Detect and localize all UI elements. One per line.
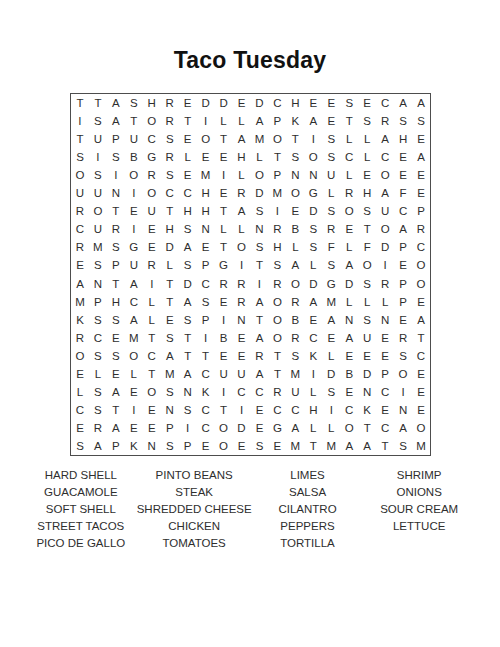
grid-cell-r9c13: L	[286, 238, 304, 256]
grid-cell-r14c6: S	[161, 329, 179, 347]
word-list-item: SHRIMP	[363, 469, 475, 483]
grid-cell-r4c16: C	[340, 148, 358, 166]
word-list-item: ONIONS	[363, 486, 475, 500]
grid-cell-r18c9: T	[215, 401, 233, 419]
grid-cell-r10c7: S	[179, 256, 197, 274]
grid-cell-r7c4: E	[125, 202, 143, 220]
grid-cell-r15c12: T	[268, 347, 286, 365]
grid-cell-r16c8: C	[197, 365, 215, 383]
grid-cell-r20c11: S	[251, 437, 269, 455]
grid-cell-r1c17: E	[358, 94, 376, 112]
grid-cell-r5c17: E	[358, 166, 376, 184]
grid-cell-r5c6: S	[161, 166, 179, 184]
grid-cell-r17c5: O	[143, 383, 161, 401]
grid-cell-r17c10: C	[233, 383, 251, 401]
grid-cell-r10c1: E	[71, 256, 89, 274]
word-list-item: LETTUCE	[363, 520, 475, 534]
grid-cell-r16c3: E	[107, 365, 125, 383]
grid-cell-r11c13: O	[286, 274, 304, 292]
grid-cell-r16c10: U	[233, 365, 251, 383]
grid-cell-r15c8: T	[197, 347, 215, 365]
grid-cell-r14c16: A	[340, 329, 358, 347]
grid-cell-r3c20: E	[412, 130, 430, 148]
grid-cell-r15c14: K	[304, 347, 322, 365]
grid-cell-r2c17: S	[358, 112, 376, 130]
grid-cell-r18c3: T	[107, 401, 125, 419]
grid-cell-r5c1: O	[71, 166, 89, 184]
grid-cell-r9c15: F	[322, 238, 340, 256]
grid-cell-r11c6: T	[161, 274, 179, 292]
grid-cell-r12c8: S	[197, 293, 215, 311]
grid-cell-r14c3: E	[107, 329, 125, 347]
grid-cell-r18c13: C	[286, 401, 304, 419]
grid-cell-r6c6: C	[161, 184, 179, 202]
grid-cell-r10c8: P	[197, 256, 215, 274]
grid-cell-r7c20: P	[412, 202, 430, 220]
grid-cell-r18c15: I	[322, 401, 340, 419]
worksheet-page: Taco Tuesday TTASHREDDEDCHEESECAAISATORT…	[0, 0, 500, 647]
grid-cell-r2c8: I	[197, 112, 215, 130]
grid-cell-r5c3: I	[107, 166, 125, 184]
grid-cell-r15c19: S	[394, 347, 412, 365]
grid-cell-r19c4: E	[125, 419, 143, 437]
grid-cell-r8c17: T	[358, 220, 376, 238]
grid-cell-r14c10: E	[233, 329, 251, 347]
grid-cell-r2c15: E	[322, 112, 340, 130]
grid-cell-r15c20: C	[412, 347, 430, 365]
grid-cell-r16c9: U	[215, 365, 233, 383]
grid-cell-r3c16: L	[340, 130, 358, 148]
word-list-item: SALSA	[252, 486, 364, 500]
grid-cell-r9c18: D	[376, 238, 394, 256]
grid-cell-r18c2: S	[89, 401, 107, 419]
grid-cell-r1c19: A	[394, 94, 412, 112]
grid-cell-r15c1: O	[71, 347, 89, 365]
grid-cell-r14c18: E	[376, 329, 394, 347]
word-list-item: STEAK	[137, 486, 252, 500]
grid-cell-r9c2: M	[89, 238, 107, 256]
grid-cell-r4c7: L	[179, 148, 197, 166]
grid-cell-r17c18: C	[376, 383, 394, 401]
grid-cell-r6c10: R	[233, 184, 251, 202]
grid-cell-r3c14: I	[304, 130, 322, 148]
grid-cell-r14c9: B	[215, 329, 233, 347]
grid-cell-r10c11: T	[251, 256, 269, 274]
grid-cell-r14c2: C	[89, 329, 107, 347]
grid-cell-r7c19: C	[394, 202, 412, 220]
grid-cell-r3c8: O	[197, 130, 215, 148]
grid-cell-r4c17: L	[358, 148, 376, 166]
grid-cell-r12c17: L	[358, 293, 376, 311]
grid-cell-r10c9: G	[215, 256, 233, 274]
grid-cell-r5c11: O	[251, 166, 269, 184]
grid-cell-r3c5: C	[143, 130, 161, 148]
grid-cell-r19c9: O	[215, 419, 233, 437]
grid-cell-r3c7: E	[179, 130, 197, 148]
grid-cell-r9c6: D	[161, 238, 179, 256]
grid-cell-r20c20: M	[412, 437, 430, 455]
grid-cell-r15c15: L	[322, 347, 340, 365]
grid-cell-r1c15: E	[322, 94, 340, 112]
grid-cell-r1c8: D	[197, 94, 215, 112]
grid-cell-r20c12: E	[268, 437, 286, 455]
grid-cell-r14c8: I	[197, 329, 215, 347]
grid-cell-r19c13: A	[286, 419, 304, 437]
word-list-item: PEPPERS	[252, 520, 364, 534]
grid-cell-r8c4: I	[125, 220, 143, 238]
grid-cell-r20c13: M	[286, 437, 304, 455]
grid-cell-r3c17: L	[358, 130, 376, 148]
grid-cell-r1c12: C	[268, 94, 286, 112]
grid-cell-r7c5: U	[143, 202, 161, 220]
grid-cell-r2c19: S	[394, 112, 412, 130]
grid-cell-r9c11: S	[251, 238, 269, 256]
grid-cell-r12c1: M	[71, 293, 89, 311]
grid-cell-r10c2: S	[89, 256, 107, 274]
grid-cell-r12c6: T	[161, 293, 179, 311]
grid-cell-r19c14: L	[304, 419, 322, 437]
grid-cell-r20c3: P	[107, 437, 125, 455]
grid-cell-r3c18: A	[376, 130, 394, 148]
grid-cell-r3c3: P	[107, 130, 125, 148]
grid-cell-r9c1: R	[71, 238, 89, 256]
grid-cell-r7c16: O	[340, 202, 358, 220]
word-search-grid: TTASHREDDEDCHEESECAAISATORTILLAPKAETSRSS…	[70, 93, 431, 456]
word-list-item: SHREDDED CHEESE	[137, 503, 252, 517]
grid-cell-r1c20: A	[412, 94, 430, 112]
grid-cell-r18c16: C	[340, 401, 358, 419]
grid-cell-r14c20: T	[412, 329, 430, 347]
grid-cell-r9c5: E	[143, 238, 161, 256]
grid-cell-r10c20: O	[412, 256, 430, 274]
grid-cell-r13c12: O	[268, 311, 286, 329]
grid-cell-r13c10: N	[233, 311, 251, 329]
grid-cell-r7c11: S	[251, 202, 269, 220]
grid-cell-r20c8: E	[197, 437, 215, 455]
grid-cell-r19c6: P	[161, 419, 179, 437]
grid-cell-r6c16: R	[340, 184, 358, 202]
grid-cell-r15c5: C	[143, 347, 161, 365]
grid-cell-r13c9: I	[215, 311, 233, 329]
grid-cell-r6c4: I	[125, 184, 143, 202]
grid-cell-r7c8: H	[197, 202, 215, 220]
grid-cell-r12c5: L	[143, 293, 161, 311]
grid-cell-r10c6: L	[161, 256, 179, 274]
grid-cell-r17c7: N	[179, 383, 197, 401]
grid-cell-r3c15: S	[322, 130, 340, 148]
grid-cell-r15c13: S	[286, 347, 304, 365]
grid-cell-r10c19: E	[394, 256, 412, 274]
grid-cell-r4c15: S	[322, 148, 340, 166]
grid-cell-r20c16: A	[340, 437, 358, 455]
grid-cell-r19c7: I	[179, 419, 197, 437]
grid-cell-r12c15: M	[322, 293, 340, 311]
grid-cell-r14c1: R	[71, 329, 89, 347]
grid-cell-r6c1: U	[71, 184, 89, 202]
grid-cell-r9c12: H	[268, 238, 286, 256]
grid-cell-r3c4: U	[125, 130, 143, 148]
grid-cell-r19c12: G	[268, 419, 286, 437]
grid-cell-r8c7: S	[179, 220, 197, 238]
grid-cell-r11c17: S	[358, 274, 376, 292]
grid-cell-r18c8: C	[197, 401, 215, 419]
grid-cell-r10c3: P	[107, 256, 125, 274]
grid-cell-r7c14: D	[304, 202, 322, 220]
grid-cell-r8c19: A	[394, 220, 412, 238]
grid-cell-r17c11: C	[251, 383, 269, 401]
grid-cell-r11c14: D	[304, 274, 322, 292]
grid-cell-r11c3: T	[107, 274, 125, 292]
grid-cell-r10c14: L	[304, 256, 322, 274]
grid-cell-r12c11: A	[251, 293, 269, 311]
grid-cell-r13c3: S	[107, 311, 125, 329]
grid-cell-r3c6: S	[161, 130, 179, 148]
grid-cell-r20c18: T	[376, 437, 394, 455]
grid-cell-r5c9: I	[215, 166, 233, 184]
grid-cell-r13c2: S	[89, 311, 107, 329]
grid-cell-r7c6: T	[161, 202, 179, 220]
grid-cell-r15c3: S	[107, 347, 125, 365]
word-list-item: LIMES	[252, 469, 364, 483]
grid-cell-r19c5: E	[143, 419, 161, 437]
grid-cell-r19c8: C	[197, 419, 215, 437]
word-list-item: HARD SHELL	[25, 469, 137, 483]
grid-cell-r9c9: T	[215, 238, 233, 256]
grid-cell-r12c9: E	[215, 293, 233, 311]
grid-cell-r20c2: A	[89, 437, 107, 455]
grid-cell-r20c14: T	[304, 437, 322, 455]
grid-cell-r5c19: E	[394, 166, 412, 184]
grid-cell-r12c16: L	[340, 293, 358, 311]
grid-cell-r3c1: T	[71, 130, 89, 148]
grid-cell-r17c2: S	[89, 383, 107, 401]
grid-cell-r11c7: D	[179, 274, 197, 292]
grid-cell-r2c5: O	[143, 112, 161, 130]
grid-cell-r20c4: K	[125, 437, 143, 455]
grid-cell-r7c9: T	[215, 202, 233, 220]
grid-cell-r17c19: I	[394, 383, 412, 401]
grid-cell-r11c2: N	[89, 274, 107, 292]
grid-cell-r6c9: E	[215, 184, 233, 202]
grid-cell-r1c6: R	[161, 94, 179, 112]
grid-cell-r3c2: U	[89, 130, 107, 148]
grid-cell-r5c16: L	[340, 166, 358, 184]
grid-cell-r12c2: P	[89, 293, 107, 311]
grid-cell-r6c11: D	[251, 184, 269, 202]
grid-cell-r14c11: A	[251, 329, 269, 347]
grid-cell-r16c16: B	[340, 365, 358, 383]
grid-cell-r10c15: S	[322, 256, 340, 274]
grid-cell-r2c1: I	[71, 112, 89, 130]
grid-cell-r6c13: O	[286, 184, 304, 202]
grid-cell-r13c4: A	[125, 311, 143, 329]
grid-cell-r6c17: H	[358, 184, 376, 202]
grid-cell-r4c18: C	[376, 148, 394, 166]
grid-cell-r6c12: M	[268, 184, 286, 202]
grid-cell-r15c6: A	[161, 347, 179, 365]
grid-cell-r7c15: S	[322, 202, 340, 220]
grid-cell-r18c7: S	[179, 401, 197, 419]
grid-cell-r20c7: P	[179, 437, 197, 455]
grid-cell-r11c15: G	[322, 274, 340, 292]
grid-cell-r1c13: H	[286, 94, 304, 112]
grid-cell-r19c18: C	[376, 419, 394, 437]
grid-cell-r1c10: E	[233, 94, 251, 112]
grid-cell-r5c10: L	[233, 166, 251, 184]
grid-cell-r17c12: R	[268, 383, 286, 401]
grid-cell-r12c4: C	[125, 293, 143, 311]
grid-cell-r2c11: A	[251, 112, 269, 130]
grid-cell-r18c17: K	[358, 401, 376, 419]
grid-cell-r4c9: E	[215, 148, 233, 166]
grid-cell-r18c18: E	[376, 401, 394, 419]
grid-cell-r14c14: C	[304, 329, 322, 347]
grid-cell-r7c7: H	[179, 202, 197, 220]
grid-cell-r2c9: L	[215, 112, 233, 130]
grid-cell-r16c11: A	[251, 365, 269, 383]
word-list-item: CILANTRO	[252, 503, 364, 517]
grid-cell-r6c7: C	[179, 184, 197, 202]
grid-cell-r2c3: A	[107, 112, 125, 130]
grid-cell-r12c3: H	[107, 293, 125, 311]
grid-cell-r18c14: H	[304, 401, 322, 419]
grid-cell-r1c2: T	[89, 94, 107, 112]
grid-cell-r6c5: O	[143, 184, 161, 202]
grid-cell-r13c19: E	[394, 311, 412, 329]
puzzle-title: Taco Tuesday	[0, 47, 500, 74]
grid-cell-r5c5: R	[143, 166, 161, 184]
grid-cell-r13c13: B	[286, 311, 304, 329]
grid-cell-r8c10: L	[233, 220, 251, 238]
grid-cell-r9c20: C	[412, 238, 430, 256]
grid-cell-r13c1: K	[71, 311, 89, 329]
grid-cell-r2c16: T	[340, 112, 358, 130]
grid-cell-r4c6: R	[161, 148, 179, 166]
grid-cell-r18c1: C	[71, 401, 89, 419]
grid-cell-r5c12: P	[268, 166, 286, 184]
grid-cell-r20c10: E	[233, 437, 251, 455]
grid-cell-r10c13: A	[286, 256, 304, 274]
grid-cell-r4c5: G	[143, 148, 161, 166]
grid-cell-r15c7: T	[179, 347, 197, 365]
grid-cell-r15c9: E	[215, 347, 233, 365]
grid-cell-r6c20: E	[412, 184, 430, 202]
grid-cell-r8c14: S	[304, 220, 322, 238]
grid-cell-r13c14: E	[304, 311, 322, 329]
grid-cell-r8c3: R	[107, 220, 125, 238]
grid-cell-r3c9: T	[215, 130, 233, 148]
grid-cell-r19c20: O	[412, 419, 430, 437]
grid-cell-r19c1: E	[71, 419, 89, 437]
grid-cell-r16c20: E	[412, 365, 430, 383]
grid-cell-r7c13: E	[286, 202, 304, 220]
grid-cell-r10c16: A	[340, 256, 358, 274]
grid-cell-r8c1: C	[71, 220, 89, 238]
grid-cell-r13c11: T	[251, 311, 269, 329]
grid-cell-r11c20: O	[412, 274, 430, 292]
grid-cell-r18c11: E	[251, 401, 269, 419]
grid-cell-r13c7: S	[179, 311, 197, 329]
grid-cell-r2c12: P	[268, 112, 286, 130]
grid-cell-r4c8: E	[197, 148, 215, 166]
grid-cell-r9c19: P	[394, 238, 412, 256]
grid-cell-r6c19: F	[394, 184, 412, 202]
grid-cell-r5c18: O	[376, 166, 394, 184]
grid-cell-r8c16: E	[340, 220, 358, 238]
grid-cell-r13c8: P	[197, 311, 215, 329]
grid-cell-r11c19: P	[394, 274, 412, 292]
grid-cell-r4c11: L	[251, 148, 269, 166]
grid-cell-r8c12: R	[268, 220, 286, 238]
grid-cell-r13c5: L	[143, 311, 161, 329]
word-list-item: PINTO BEANS	[137, 469, 252, 483]
grid-cell-r6c18: A	[376, 184, 394, 202]
grid-cell-r10c18: I	[376, 256, 394, 274]
grid-cell-r2c4: T	[125, 112, 143, 130]
grid-cell-r16c7: A	[179, 365, 197, 383]
grid-cell-r6c15: L	[322, 184, 340, 202]
grid-cell-r14c19: R	[394, 329, 412, 347]
grid-cell-r13c20: A	[412, 311, 430, 329]
grid-cell-r16c1: E	[71, 365, 89, 383]
grid-cell-r20c6: S	[161, 437, 179, 455]
grid-cell-r15c2: S	[89, 347, 107, 365]
grid-cell-r6c3: N	[107, 184, 125, 202]
word-list-item: SOUR CREAM	[363, 503, 475, 517]
grid-cell-r12c18: L	[376, 293, 394, 311]
grid-cell-r19c11: E	[251, 419, 269, 437]
grid-cell-r4c4: B	[125, 148, 143, 166]
grid-cell-r4c14: O	[304, 148, 322, 166]
grid-cell-r8c8: N	[197, 220, 215, 238]
grid-cell-r5c13: N	[286, 166, 304, 184]
grid-cell-r17c17: N	[358, 383, 376, 401]
grid-cell-r1c16: S	[340, 94, 358, 112]
grid-cell-r13c18: N	[376, 311, 394, 329]
word-list-item: TOMATOES	[137, 537, 252, 551]
grid-cell-r1c9: D	[215, 94, 233, 112]
grid-cell-r10c4: U	[125, 256, 143, 274]
grid-cell-r16c18: P	[376, 365, 394, 383]
grid-cell-r15c16: E	[340, 347, 358, 365]
grid-cell-r6c14: G	[304, 184, 322, 202]
grid-cell-r9c3: S	[107, 238, 125, 256]
grid-cell-r6c8: H	[197, 184, 215, 202]
grid-cell-r6c2: U	[89, 184, 107, 202]
grid-cell-r12c19: P	[394, 293, 412, 311]
grid-cell-r2c7: T	[179, 112, 197, 130]
grid-cell-r20c19: S	[394, 437, 412, 455]
grid-cell-r11c9: R	[215, 274, 233, 292]
grid-cell-r3c19: H	[394, 130, 412, 148]
grid-cell-r1c3: A	[107, 94, 125, 112]
grid-cell-r12c10: R	[233, 293, 251, 311]
word-list-item: PICO DE GALLO	[25, 537, 137, 551]
grid-cell-r2c2: S	[89, 112, 107, 130]
grid-cell-r11c12: R	[268, 274, 286, 292]
grid-cell-r10c5: R	[143, 256, 161, 274]
grid-cell-r16c6: M	[161, 365, 179, 383]
grid-cell-r18c20: E	[412, 401, 430, 419]
grid-cell-r12c20: E	[412, 293, 430, 311]
grid-cell-r16c17: D	[358, 365, 376, 383]
grid-cell-r17c15: S	[322, 383, 340, 401]
grid-cell-r14c4: M	[125, 329, 143, 347]
grid-cell-r20c5: N	[143, 437, 161, 455]
grid-cell-r15c11: R	[251, 347, 269, 365]
grid-cell-r11c1: A	[71, 274, 89, 292]
grid-cell-r18c6: N	[161, 401, 179, 419]
